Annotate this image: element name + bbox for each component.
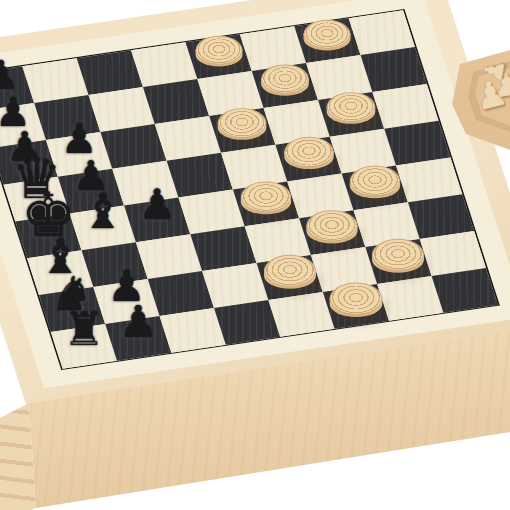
checker-piece-wood-g1[interactable] [304,19,351,55]
checker-piece-wood-f6[interactable] [307,210,358,249]
checker-piece-wood-e7[interactable] [264,254,316,294]
checker-top-rings [350,165,400,196]
checker-piece-wood-f4[interactable] [284,137,333,175]
checker-top-rings [195,35,242,64]
game-box-product-photo: ♟♟♟ ♟♟♟♟♛♟♚♝♟♝♞♟♜♟ [0,0,510,510]
checker-piece-wood-g5[interactable] [350,165,400,204]
checker-piece-wood-f2[interactable] [261,64,309,101]
checker-piece-wood-e5[interactable] [241,181,291,220]
checker-piece-wood-g3[interactable] [327,92,376,129]
checker-top-rings [241,181,291,212]
checker-piece-wood-e3[interactable] [218,108,267,145]
checker-top-rings [307,210,358,241]
checker-piece-wood-e1[interactable] [195,35,242,71]
checker-top-rings [261,64,309,93]
chess-piece-black-bishop-b5[interactable]: ♝ [81,187,124,235]
chess-piece-black-pawn-c5[interactable]: ♟ [138,184,176,226]
checker-top-rings [330,283,383,315]
chess-piece-black-pawn-b8[interactable]: ♟ [119,300,158,344]
chess-piece-black-rook-a8[interactable]: ♜ [63,307,104,353]
checker-piece-wood-g7[interactable] [372,238,424,278]
pieces-layer: ♟♟♟♟♛♟♚♝♟♝♞♟♜♟ [0,0,510,510]
checker-top-rings [264,254,316,286]
checker-top-rings [284,137,333,167]
checker-top-rings [304,19,351,48]
checker-piece-wood-f8[interactable] [330,283,383,324]
checker-top-rings [372,238,424,270]
